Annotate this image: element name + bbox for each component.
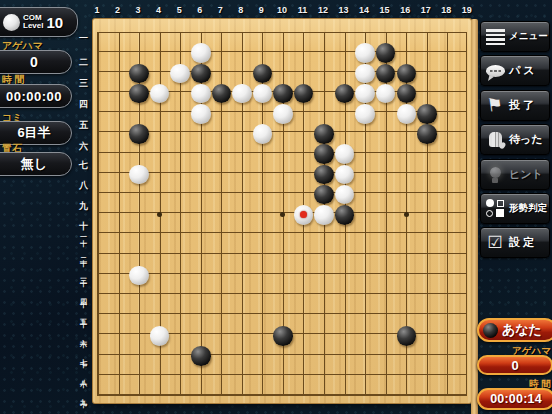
pass-button[interactable]: パ ス: [480, 55, 550, 86]
row-label: 十: [74, 204, 92, 224]
black-stone: [314, 165, 334, 185]
white-stone: [273, 104, 293, 124]
row-label: 六: [74, 123, 92, 143]
white-stone: [397, 104, 417, 124]
handicap-pill: 無し: [0, 152, 72, 176]
lightbulb-icon: [484, 163, 506, 185]
row-label: 二: [74, 42, 92, 62]
row-label: 十八: [74, 365, 92, 385]
com-level-label: COM Level: [23, 14, 43, 31]
undo-button[interactable]: 待った: [480, 124, 550, 155]
black-stone: [273, 84, 293, 104]
column-label: 6: [189, 3, 210, 17]
white-stone: [150, 84, 170, 104]
checkbox-icon: ☑: [484, 232, 506, 254]
com-agehama-value: 0: [20, 54, 38, 70]
white-stone: [294, 205, 314, 225]
com-agehama-pill: 0: [0, 50, 72, 74]
column-label: 9: [251, 3, 272, 17]
estimate-button-label: 形勢判定: [509, 202, 547, 215]
black-stone: [376, 43, 396, 63]
column-label: 12: [313, 3, 334, 17]
column-label: 7: [210, 3, 231, 17]
white-stone: [355, 43, 375, 63]
row-label: 十三: [74, 264, 92, 284]
hamburger-icon: [484, 26, 506, 48]
row-label: 七: [74, 143, 92, 163]
pass-button-label: パ ス: [509, 63, 535, 78]
column-label: 16: [395, 3, 416, 17]
action-button-panel: メニューパ ス⚑投 了待ったヒント形勢判定☑設 定: [480, 21, 550, 262]
star-point: [157, 212, 162, 217]
white-stone: [129, 165, 149, 185]
player-name: あなた: [502, 321, 542, 339]
black-stone: [129, 64, 149, 84]
white-stone: [335, 165, 355, 185]
row-label: 十二: [74, 244, 92, 264]
white-stone: [191, 84, 211, 104]
estimate-button[interactable]: 形勢判定: [480, 193, 550, 224]
speech-bubble-icon: [484, 60, 506, 82]
hint-button-label: ヒント: [509, 167, 543, 182]
flag-icon: ⚑: [483, 93, 508, 118]
white-stone: [335, 185, 355, 205]
row-label: 五: [74, 103, 92, 123]
settings-button[interactable]: ☑設 定: [480, 227, 550, 258]
app-screen: COM Level 10 アゲハマ 0 時 間 00:00:00 コミ 6目半 …: [0, 0, 552, 414]
black-stone: [314, 185, 334, 205]
black-stone: [335, 205, 355, 225]
white-stone: [253, 124, 273, 144]
last-move-marker: [300, 211, 307, 218]
black-stone: [129, 84, 149, 104]
row-label: 九: [74, 184, 92, 204]
column-labels: 12345678910111213141516171819: [87, 3, 477, 17]
player-time-value: 00:00:14: [490, 392, 542, 406]
black-stone: [273, 326, 293, 346]
shapes-icon: [484, 197, 506, 219]
white-stone: [170, 64, 190, 84]
star-point: [280, 212, 285, 217]
black-stone: [212, 84, 232, 104]
column-label: 3: [128, 3, 149, 17]
column-label: 8: [231, 3, 252, 17]
column-label: 5: [169, 3, 190, 17]
black-stone-icon: [483, 323, 498, 338]
star-point: [404, 212, 409, 217]
black-stone: [335, 84, 355, 104]
white-stone: [253, 84, 273, 104]
white-stone: [355, 84, 375, 104]
white-stone: [191, 104, 211, 124]
row-label: 八: [74, 163, 92, 183]
black-stone: [191, 64, 211, 84]
white-stone: [150, 326, 170, 346]
com-time-pill: 00:00:00: [0, 84, 72, 108]
black-stone: [376, 64, 396, 84]
undo-button-label: 待った: [509, 132, 543, 147]
column-label: 17: [415, 3, 436, 17]
go-board[interactable]: [93, 19, 471, 403]
com-label-line2: Level: [23, 22, 43, 30]
white-stone: [335, 144, 355, 164]
column-label: 11: [292, 3, 313, 17]
player-name-pill: あなた: [477, 318, 552, 342]
black-stone: [294, 84, 314, 104]
white-stone: [355, 104, 375, 124]
black-stone: [191, 346, 211, 366]
black-stone: [397, 64, 417, 84]
row-label: 十一: [74, 224, 92, 244]
board-edge-strip: [471, 19, 478, 414]
column-label: 15: [374, 3, 395, 17]
row-label: 十七: [74, 345, 92, 365]
column-label: 14: [354, 3, 375, 17]
resign-button-label: 投 了: [509, 98, 534, 113]
row-label: 一: [74, 22, 92, 42]
black-stone: [417, 124, 437, 144]
column-label: 13: [333, 3, 354, 17]
menu-button[interactable]: メニュー: [480, 21, 550, 52]
row-label: 十五: [74, 305, 92, 325]
black-stone: [397, 326, 417, 346]
row-label: 十九: [74, 385, 92, 405]
com-time-value: 00:00:00: [0, 89, 62, 104]
row-labels: 一二三四五六七八九十十一十二十三十四十五十六十七十八十九: [74, 22, 92, 406]
player-time-pill: 00:00:14: [477, 388, 552, 410]
column-label: 1: [87, 3, 108, 17]
hint-button[interactable]: ヒント: [480, 159, 550, 190]
player-agehama-value: 0: [511, 358, 518, 373]
hand-icon: [484, 129, 506, 151]
black-stone: [314, 124, 334, 144]
column-label: 19: [457, 3, 478, 17]
white-stone: [129, 266, 149, 286]
row-label: 十六: [74, 325, 92, 345]
white-stone-icon: [3, 14, 20, 31]
black-stone: [253, 64, 273, 84]
menu-button-label: メニュー: [509, 30, 548, 43]
column-label: 2: [107, 3, 128, 17]
com-level-value: 10: [46, 14, 63, 31]
board-grid[interactable]: [97, 32, 467, 396]
black-stone: [417, 104, 437, 124]
row-label: 三: [74, 62, 92, 82]
resign-button[interactable]: ⚑投 了: [480, 90, 550, 121]
white-stone: [314, 205, 334, 225]
black-stone: [129, 124, 149, 144]
black-stone: [314, 144, 334, 164]
com-level-pill: COM Level 10: [0, 7, 78, 37]
white-stone: [376, 84, 396, 104]
column-label: 10: [272, 3, 293, 17]
white-stone: [191, 43, 211, 63]
row-label: 十四: [74, 284, 92, 304]
white-stone: [232, 84, 252, 104]
komi-value: 6目半: [7, 124, 50, 142]
column-label: 18: [436, 3, 457, 17]
player-agehama-pill: 0: [477, 355, 552, 375]
handicap-value: 無し: [11, 155, 47, 173]
black-stone: [397, 84, 417, 104]
column-label: 4: [148, 3, 169, 17]
white-stone: [355, 64, 375, 84]
row-label: 四: [74, 83, 92, 103]
settings-button-label: 設 定: [509, 235, 534, 250]
